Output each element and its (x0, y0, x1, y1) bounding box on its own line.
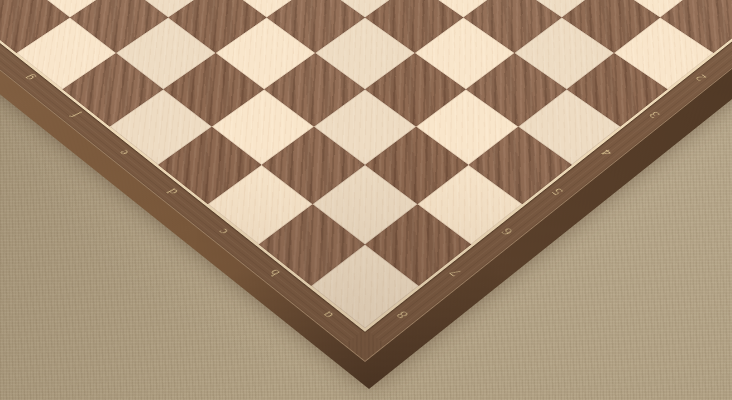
photo-scene: abcdefgh 87654321 (0, 0, 732, 400)
